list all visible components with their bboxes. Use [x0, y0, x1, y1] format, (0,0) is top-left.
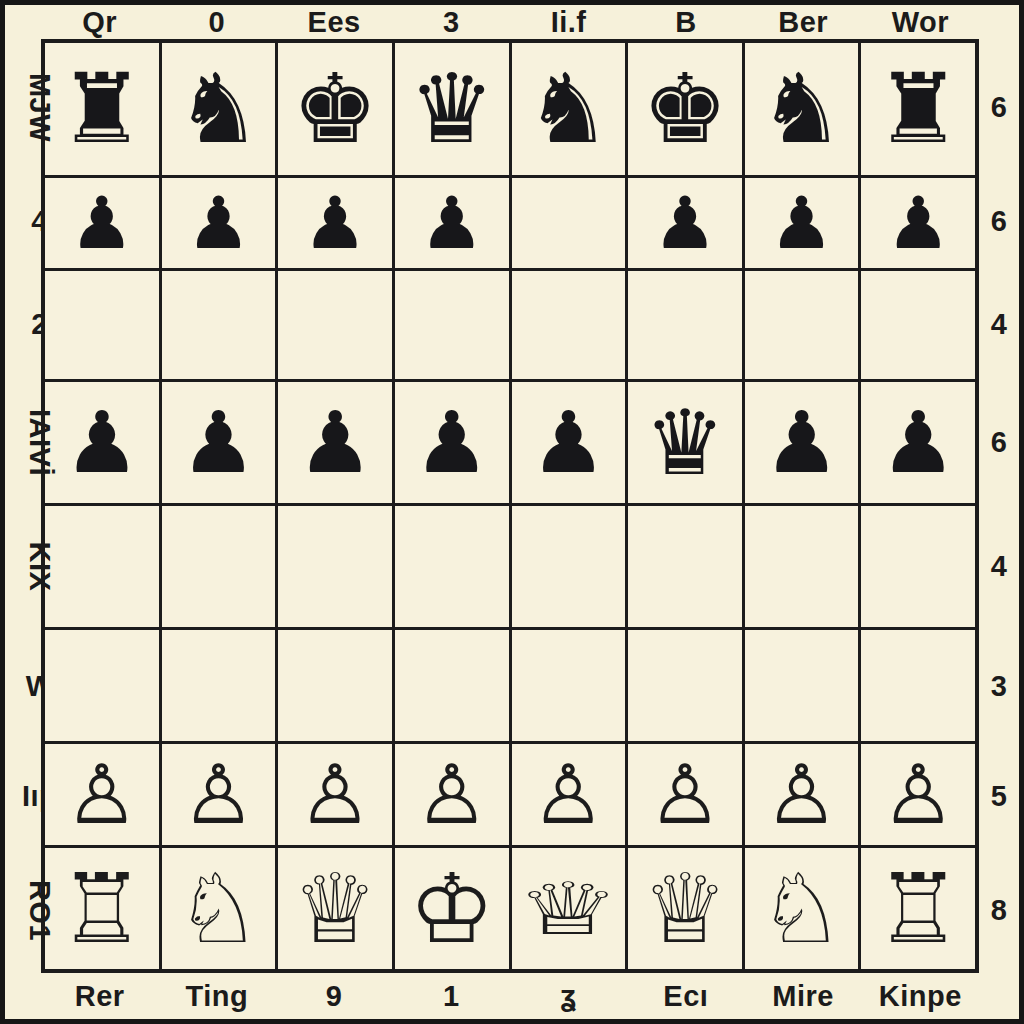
square-f1[interactable]: ♕ — [628, 848, 742, 969]
square-d3[interactable] — [395, 630, 509, 741]
black-pawn-piece: ♟ — [419, 187, 484, 259]
rank-label-right-6: 5 — [991, 782, 1008, 811]
square-h6[interactable] — [861, 271, 975, 379]
rank-label-right-3: 6 — [991, 428, 1008, 457]
file-label-top-0: Qr — [41, 8, 158, 37]
square-g4[interactable] — [745, 506, 859, 627]
bottom-file-labels: RerTing91ʓEcıMireKinpe — [41, 973, 979, 1019]
rank-label-right-7: 8 — [991, 896, 1008, 925]
file-label-bottom-2: 9 — [276, 982, 393, 1011]
file-label-top-7: Wor — [862, 8, 979, 37]
square-a4[interactable] — [45, 506, 159, 627]
white-pawn-piece: ♙ — [881, 754, 955, 836]
file-label-top-4: Ii.f — [510, 8, 627, 37]
file-label-bottom-6: Mire — [745, 982, 862, 1011]
file-label-bottom-4: ʓ — [510, 982, 627, 1011]
white-pawn-piece: ♙ — [298, 754, 372, 836]
black-pawn-piece: ♟ — [530, 400, 606, 485]
square-b4[interactable] — [162, 506, 276, 627]
square-f3[interactable] — [628, 630, 742, 741]
square-a6[interactable] — [45, 271, 159, 379]
square-d5[interactable]: ♟ — [395, 382, 509, 503]
square-h8[interactable]: ♜ — [861, 43, 975, 175]
black-pawn-piece: ♟ — [886, 187, 951, 259]
square-a5[interactable]: ♟ — [45, 382, 159, 503]
black-king-piece: ♚ — [642, 61, 728, 157]
white-pawn-piece: ♙ — [532, 754, 606, 836]
square-c1[interactable]: ♕ — [278, 848, 392, 969]
white-pawn-piece: ♙ — [765, 754, 839, 836]
left-rank-labels: MJW42IAIVİKIXWIıpRO1 — [5, 39, 41, 973]
rank-label-right-0: 6 — [991, 93, 1008, 122]
black-rook-piece: ♜ — [59, 61, 145, 157]
black-pawn-piece: ♟ — [653, 187, 718, 259]
black-queen-piece: ♛ — [409, 61, 495, 157]
square-f7[interactable]: ♟ — [628, 178, 742, 268]
black-rook-piece: ♜ — [875, 61, 961, 157]
square-e6[interactable] — [512, 271, 626, 379]
black-pawn-piece: ♟ — [769, 187, 834, 259]
chess-diagram-frame: Qr0Ees3Ii.fBBerWor MJW42IAIVİKIXWIıpRO1 … — [0, 0, 1024, 1024]
square-d7[interactable]: ♟ — [395, 178, 509, 268]
square-e4[interactable] — [512, 506, 626, 627]
right-rank-labels: 66464358 — [979, 39, 1019, 973]
black-pawn-piece: ♟ — [414, 400, 490, 485]
white-king-piece: ♔ — [409, 861, 495, 957]
white-pawn-piece: ♙ — [648, 754, 722, 836]
file-label-top-1: 0 — [158, 8, 275, 37]
file-label-bottom-7: Kinpe — [862, 982, 979, 1011]
square-a3[interactable] — [45, 630, 159, 741]
square-f5[interactable]: ♛ — [628, 382, 742, 503]
white-pawn-piece: ♙ — [182, 754, 256, 836]
black-pawn-piece: ♟ — [186, 187, 251, 259]
square-d6[interactable] — [395, 271, 509, 379]
square-d8[interactable]: ♛ — [395, 43, 509, 175]
square-a1[interactable]: ♖ — [45, 848, 159, 969]
square-c3[interactable] — [278, 630, 392, 741]
white-pawn-piece: ♙ — [415, 754, 489, 836]
square-h7[interactable]: ♟ — [861, 178, 975, 268]
square-h2[interactable]: ♙ — [861, 744, 975, 845]
white-wide-crown-piece: ♕ — [515, 873, 621, 945]
black-queen-piece: ♛ — [645, 398, 726, 488]
black-pawn-piece: ♟ — [180, 400, 256, 485]
file-label-top-3: 3 — [393, 8, 510, 37]
square-e3[interactable] — [512, 630, 626, 741]
chess-board: ♜♞♚♛♞♚♞♜♟♟♟♟♟♟♟♟♟♟♟♟♛♟♟♙♙♙♙♙♙♙♙♖♘♕♔♕♕♘♖ — [41, 39, 979, 973]
file-label-top-2: Ees — [276, 8, 393, 37]
square-e7[interactable] — [512, 178, 626, 268]
white-queen-piece: ♕ — [292, 861, 378, 957]
square-g3[interactable] — [745, 630, 859, 741]
square-f8[interactable]: ♚ — [628, 43, 742, 175]
square-h5[interactable]: ♟ — [861, 382, 975, 503]
rank-label-left-4: KIX — [25, 542, 54, 592]
square-b7[interactable]: ♟ — [162, 178, 276, 268]
square-h1[interactable]: ♖ — [861, 848, 975, 969]
square-c7[interactable]: ♟ — [278, 178, 392, 268]
rank-label-left-0: MJW — [25, 73, 54, 142]
square-c6[interactable] — [278, 271, 392, 379]
square-e1[interactable]: ♕ — [512, 848, 626, 969]
white-knight-piece: ♘ — [175, 861, 261, 957]
rank-label-right-5: 3 — [991, 672, 1008, 701]
square-h3[interactable] — [861, 630, 975, 741]
square-g2[interactable]: ♙ — [745, 744, 859, 845]
square-g8[interactable]: ♞ — [745, 43, 859, 175]
file-label-top-6: Ber — [745, 8, 862, 37]
square-e5[interactable]: ♟ — [512, 382, 626, 503]
top-file-labels: Qr0Ees3Ii.fBBerWor — [41, 5, 979, 39]
square-f6[interactable] — [628, 271, 742, 379]
square-b6[interactable] — [162, 271, 276, 379]
black-pawn-piece: ♟ — [303, 187, 368, 259]
black-knight-piece: ♞ — [759, 61, 845, 157]
file-label-bottom-5: Ecı — [627, 982, 744, 1011]
file-label-bottom-3: 1 — [393, 982, 510, 1011]
square-d2[interactable]: ♙ — [395, 744, 509, 845]
white-rook-piece: ♖ — [875, 861, 961, 957]
black-knight-piece: ♞ — [525, 61, 611, 157]
white-rook-piece: ♖ — [59, 861, 145, 957]
square-a7[interactable]: ♟ — [45, 178, 159, 268]
file-label-bottom-1: Ting — [158, 982, 275, 1011]
file-label-top-5: B — [627, 8, 744, 37]
square-g1[interactable]: ♘ — [745, 848, 859, 969]
square-c2[interactable]: ♙ — [278, 744, 392, 845]
square-g7[interactable]: ♟ — [745, 178, 859, 268]
file-label-bottom-0: Rer — [41, 982, 158, 1011]
square-b2[interactable]: ♙ — [162, 744, 276, 845]
square-b5[interactable]: ♟ — [162, 382, 276, 503]
square-f2[interactable]: ♙ — [628, 744, 742, 845]
square-d4[interactable] — [395, 506, 509, 627]
square-b1[interactable]: ♘ — [162, 848, 276, 969]
rank-label-left-7: RO1 — [25, 880, 54, 941]
square-e2[interactable]: ♙ — [512, 744, 626, 845]
black-pawn-piece: ♟ — [880, 400, 956, 485]
white-queen-piece: ♕ — [642, 861, 728, 957]
white-pawn-piece: ♙ — [65, 754, 139, 836]
black-pawn-piece: ♟ — [70, 187, 135, 259]
black-pawn-piece: ♟ — [297, 400, 373, 485]
square-e8[interactable]: ♞ — [512, 43, 626, 175]
square-a8[interactable]: ♜ — [45, 43, 159, 175]
square-c4[interactable] — [278, 506, 392, 627]
black-pawn-piece: ♟ — [763, 400, 839, 485]
rank-label-right-1: 6 — [991, 207, 1008, 236]
rank-label-left-3: IAIVİ — [25, 409, 54, 476]
square-g6[interactable] — [745, 271, 859, 379]
rank-label-right-2: 4 — [991, 310, 1008, 339]
square-a2[interactable]: ♙ — [45, 744, 159, 845]
square-b3[interactable] — [162, 630, 276, 741]
square-f4[interactable] — [628, 506, 742, 627]
black-king-piece: ♚ — [292, 61, 378, 157]
square-b8[interactable]: ♞ — [162, 43, 276, 175]
rank-label-right-4: 4 — [991, 552, 1008, 581]
white-knight-piece: ♘ — [759, 861, 845, 957]
square-h4[interactable] — [861, 506, 975, 627]
square-c5[interactable]: ♟ — [278, 382, 392, 503]
square-d1[interactable]: ♔ — [395, 848, 509, 969]
black-knight-piece: ♞ — [175, 61, 261, 157]
square-g5[interactable]: ♟ — [745, 382, 859, 503]
black-pawn-piece: ♟ — [64, 400, 140, 485]
square-c8[interactable]: ♚ — [278, 43, 392, 175]
